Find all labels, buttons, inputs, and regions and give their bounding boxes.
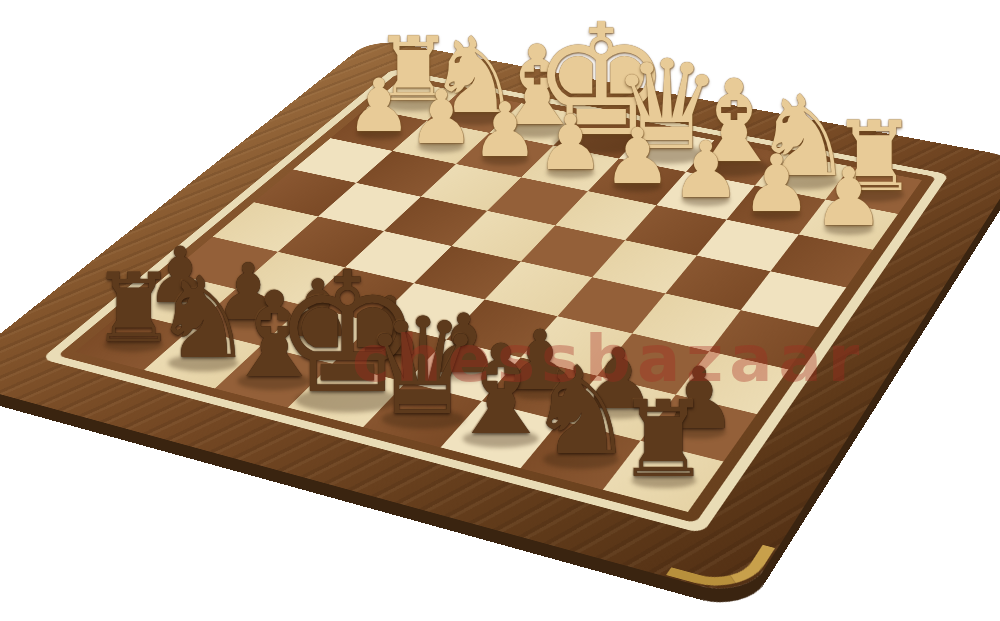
- piece-white-pawn-a2[interactable]: ♟: [813, 158, 885, 238]
- piece-white-pawn-c2[interactable]: ♟: [671, 131, 741, 209]
- piece-white-pawn-d2[interactable]: ♟: [603, 118, 672, 195]
- piece-white-pawn-b2[interactable]: ♟: [741, 144, 812, 223]
- piece-black-rook-a8[interactable]: ♜: [617, 387, 711, 492]
- product-photo-stage: ♜♞♝♟♚♟♛♟♝♟♞♟♜♟♟♟♟♟♟♜♟♞♟♝♟♚♟♛♟♝♞♜ chessba…: [0, 0, 1000, 621]
- piece-white-pawn-h2[interactable]: ♟: [346, 69, 412, 142]
- chess-piece-layer: ♜♞♝♟♚♟♛♟♝♟♞♟♜♟♟♟♟♟♟♜♟♞♟♝♟♚♟♛♟♝♞♜: [0, 0, 1000, 621]
- piece-white-pawn-g2[interactable]: ♟: [408, 81, 475, 155]
- piece-white-pawn-f2[interactable]: ♟: [471, 93, 538, 168]
- piece-white-pawn-e2[interactable]: ♟: [536, 105, 604, 181]
